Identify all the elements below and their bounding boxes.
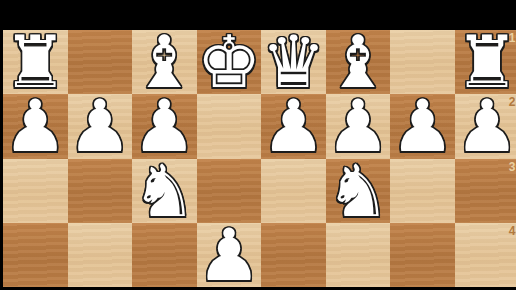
square-c3[interactable]: ♞ (326, 159, 391, 223)
white-pawn[interactable]: ♟ (390, 94, 455, 158)
square-h3[interactable] (3, 159, 68, 223)
white-pawn[interactable]: ♟ (455, 94, 516, 158)
white-pawn[interactable]: ♟ (68, 94, 133, 158)
square-b2[interactable]: ♟ (390, 94, 455, 158)
rank-label-1: 1 (509, 31, 516, 45)
square-g2[interactable]: ♟ (68, 94, 133, 158)
video-frame: ♜♝♚♛♝♜1♟♟♟♟♟♟♟2♞♞3♟4 (0, 0, 516, 290)
square-e2[interactable] (197, 94, 262, 158)
white-knight[interactable]: ♞ (132, 159, 197, 223)
rank-label-3: 3 (509, 160, 516, 174)
square-h4[interactable] (3, 223, 68, 287)
square-a2[interactable]: ♟2 (455, 94, 516, 158)
square-g3[interactable] (68, 159, 133, 223)
white-knight[interactable]: ♞ (326, 159, 391, 223)
square-d2[interactable]: ♟ (261, 94, 326, 158)
square-b3[interactable] (390, 159, 455, 223)
square-a3[interactable]: 3 (455, 159, 516, 223)
white-pawn[interactable]: ♟ (261, 94, 326, 158)
square-c4[interactable] (326, 223, 391, 287)
square-f4[interactable] (132, 223, 197, 287)
white-pawn[interactable]: ♟ (3, 94, 68, 158)
square-d3[interactable] (261, 159, 326, 223)
square-a4[interactable]: 4 (455, 223, 516, 287)
chess-board[interactable]: ♜♝♚♛♝♜1♟♟♟♟♟♟♟2♞♞3♟4 (3, 30, 516, 287)
square-e4[interactable]: ♟ (197, 223, 262, 287)
rank-label-2: 2 (509, 95, 516, 109)
square-h2[interactable]: ♟ (3, 94, 68, 158)
square-f3[interactable]: ♞ (132, 159, 197, 223)
white-king[interactable]: ♚ (197, 30, 262, 94)
square-b4[interactable] (390, 223, 455, 287)
square-g4[interactable] (68, 223, 133, 287)
square-e1[interactable]: ♚ (197, 30, 262, 94)
white-pawn[interactable]: ♟ (197, 223, 262, 287)
square-d4[interactable] (261, 223, 326, 287)
rank-label-4: 4 (509, 224, 516, 238)
